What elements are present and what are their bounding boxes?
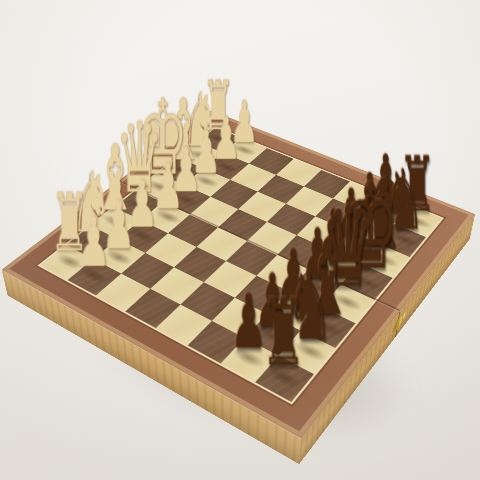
piece-black-rook: ♜ [254, 355, 313, 401]
chess-board: ♜♞♝♚♛♝♞♜♟♟♟♟♟♟♟♟♟♟♟♟♟♟♟♟♜♞♝♚♛♝♞♜ [2, 111, 476, 439]
piece-glyph: ♟ [69, 211, 119, 276]
fold-seam-edge [395, 311, 400, 338]
piece-glyph: ♜ [256, 291, 312, 378]
product-photo: ♜♞♝♚♛♝♞♜♟♟♟♟♟♟♟♟♟♟♟♟♟♟♟♟♜♞♝♚♛♝♞♜ [0, 0, 480, 480]
scene: ♜♞♝♚♛♝♞♜♟♟♟♟♟♟♟♟♟♟♟♟♟♟♟♟♜♞♝♚♛♝♞♜ [0, 0, 480, 480]
piece-white-pawn: ♟ [67, 258, 121, 294]
